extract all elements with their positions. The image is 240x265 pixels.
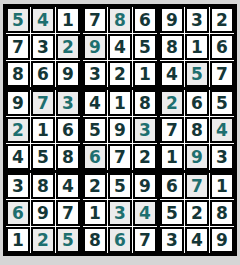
cell-r2c4[interactable]: 9 (83, 34, 107, 60)
cell-r2c3[interactable]: 2 (56, 34, 80, 60)
cell-r9c7[interactable]: 3 (160, 227, 184, 253)
cell-r4c2[interactable]: 7 (31, 90, 55, 116)
cell-r5c7[interactable]: 7 (160, 117, 184, 143)
cell-r1c5[interactable]: 8 (108, 7, 132, 33)
cell-r6c9[interactable]: 3 (210, 144, 234, 170)
cell-r9c5[interactable]: 6 (108, 227, 132, 253)
box-r1c2: 786945321 (83, 7, 157, 87)
sudoku-board: 5417328697869453219328164579732164584185… (3, 4, 237, 256)
cell-r2c1[interactable]: 7 (6, 34, 30, 60)
cell-r4c9[interactable]: 5 (210, 90, 234, 116)
cell-r3c2[interactable]: 6 (31, 61, 55, 87)
cell-r6c5[interactable]: 7 (108, 144, 132, 170)
cell-r5c3[interactable]: 6 (56, 117, 80, 143)
cell-r2c5[interactable]: 4 (108, 34, 132, 60)
cell-r5c5[interactable]: 9 (108, 117, 132, 143)
cell-r1c1[interactable]: 5 (6, 7, 30, 33)
cell-r7c3[interactable]: 4 (56, 173, 80, 199)
cell-r9c8[interactable]: 4 (185, 227, 209, 253)
cell-r5c9[interactable]: 4 (210, 117, 234, 143)
cell-r1c7[interactable]: 9 (160, 7, 184, 33)
cell-r4c6[interactable]: 8 (133, 90, 157, 116)
cell-r7c1[interactable]: 3 (6, 173, 30, 199)
cell-r2c8[interactable]: 1 (185, 34, 209, 60)
cell-r2c2[interactable]: 3 (31, 34, 55, 60)
cell-r4c1[interactable]: 9 (6, 90, 30, 116)
cell-r3c1[interactable]: 8 (6, 61, 30, 87)
cell-r3c6[interactable]: 1 (133, 61, 157, 87)
cell-r9c3[interactable]: 5 (56, 227, 80, 253)
cell-r6c7[interactable]: 1 (160, 144, 184, 170)
cell-r7c6[interactable]: 9 (133, 173, 157, 199)
cell-r6c1[interactable]: 4 (6, 144, 30, 170)
cell-r3c4[interactable]: 3 (83, 61, 107, 87)
cell-r8c7[interactable]: 5 (160, 200, 184, 226)
cell-r4c5[interactable]: 1 (108, 90, 132, 116)
cell-r2c6[interactable]: 5 (133, 34, 157, 60)
box-r1c1: 541732869 (6, 7, 80, 87)
cell-r8c1[interactable]: 6 (6, 200, 30, 226)
box-r2c2: 418593672 (83, 90, 157, 170)
cell-r1c9[interactable]: 2 (210, 7, 234, 33)
box-r1c3: 932816457 (160, 7, 234, 87)
cell-r1c2[interactable]: 4 (31, 7, 55, 33)
cell-r8c5[interactable]: 3 (108, 200, 132, 226)
cell-r3c9[interactable]: 7 (210, 61, 234, 87)
cell-r1c4[interactable]: 7 (83, 7, 107, 33)
box-r3c1: 384697125 (6, 173, 80, 253)
cell-r3c3[interactable]: 9 (56, 61, 80, 87)
cell-r8c4[interactable]: 1 (83, 200, 107, 226)
box-r2c1: 973216458 (6, 90, 80, 170)
cell-r6c8[interactable]: 9 (185, 144, 209, 170)
cell-r1c3[interactable]: 1 (56, 7, 80, 33)
cell-r7c8[interactable]: 7 (185, 173, 209, 199)
cell-r5c8[interactable]: 8 (185, 117, 209, 143)
cell-r2c7[interactable]: 8 (160, 34, 184, 60)
cell-r1c6[interactable]: 6 (133, 7, 157, 33)
cell-r7c5[interactable]: 5 (108, 173, 132, 199)
cell-r9c1[interactable]: 1 (6, 227, 30, 253)
cell-r6c3[interactable]: 8 (56, 144, 80, 170)
cell-r8c6[interactable]: 4 (133, 200, 157, 226)
cell-r6c4[interactable]: 6 (83, 144, 107, 170)
cell-r7c2[interactable]: 8 (31, 173, 55, 199)
cell-r9c2[interactable]: 2 (31, 227, 55, 253)
cell-r7c4[interactable]: 2 (83, 173, 107, 199)
cell-r5c6[interactable]: 3 (133, 117, 157, 143)
cell-r8c9[interactable]: 8 (210, 200, 234, 226)
cell-r9c6[interactable]: 7 (133, 227, 157, 253)
cell-r4c4[interactable]: 4 (83, 90, 107, 116)
cell-r8c3[interactable]: 7 (56, 200, 80, 226)
cell-r8c8[interactable]: 2 (185, 200, 209, 226)
cell-r2c9[interactable]: 6 (210, 34, 234, 60)
cell-r4c7[interactable]: 2 (160, 90, 184, 116)
cell-r5c1[interactable]: 2 (6, 117, 30, 143)
cell-r3c7[interactable]: 4 (160, 61, 184, 87)
cell-r7c9[interactable]: 1 (210, 173, 234, 199)
box-r3c3: 671528349 (160, 173, 234, 253)
cell-r5c2[interactable]: 1 (31, 117, 55, 143)
box-r3c2: 259134867 (83, 173, 157, 253)
cell-r5c4[interactable]: 5 (83, 117, 107, 143)
cell-r9c9[interactable]: 9 (210, 227, 234, 253)
cell-r4c3[interactable]: 3 (56, 90, 80, 116)
cell-r3c5[interactable]: 2 (108, 61, 132, 87)
cell-r8c2[interactable]: 9 (31, 200, 55, 226)
cell-r3c8[interactable]: 5 (185, 61, 209, 87)
cell-r6c6[interactable]: 2 (133, 144, 157, 170)
cell-r9c4[interactable]: 8 (83, 227, 107, 253)
cell-r1c8[interactable]: 3 (185, 7, 209, 33)
cell-r7c7[interactable]: 6 (160, 173, 184, 199)
box-r2c3: 265784193 (160, 90, 234, 170)
cell-r4c8[interactable]: 6 (185, 90, 209, 116)
cell-r6c2[interactable]: 5 (31, 144, 55, 170)
